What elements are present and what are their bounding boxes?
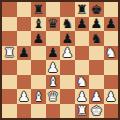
square-h4[interactable] bbox=[104, 60, 119, 75]
square-d2[interactable]: ♛ bbox=[46, 89, 61, 104]
white-rook-icon: ♜ bbox=[3, 46, 15, 59]
square-h8[interactable] bbox=[104, 2, 119, 17]
square-h1[interactable] bbox=[104, 104, 119, 119]
square-h6[interactable] bbox=[104, 31, 119, 46]
square-d1[interactable] bbox=[46, 104, 61, 119]
white-king-icon: ♚ bbox=[90, 104, 102, 117]
square-e7[interactable]: ♞ bbox=[60, 17, 75, 32]
square-b2[interactable]: ♟ bbox=[17, 89, 32, 104]
black-pawn-icon: ♟ bbox=[90, 17, 102, 30]
square-c8[interactable]: ♜ bbox=[31, 2, 46, 17]
black-king-icon: ♚ bbox=[90, 2, 102, 15]
square-c4[interactable] bbox=[31, 60, 46, 75]
white-bishop-icon: ♝ bbox=[32, 89, 44, 102]
white-rook-icon: ♜ bbox=[76, 104, 88, 117]
square-a3[interactable] bbox=[2, 75, 17, 90]
square-e1[interactable] bbox=[60, 104, 75, 119]
square-f7[interactable]: ♟ bbox=[75, 17, 90, 32]
black-bishop-icon: ♝ bbox=[32, 17, 44, 30]
square-d8[interactable] bbox=[46, 2, 61, 17]
square-b6[interactable] bbox=[17, 31, 32, 46]
square-g8[interactable]: ♚ bbox=[89, 2, 104, 17]
square-a6[interactable] bbox=[2, 31, 17, 46]
square-c1[interactable] bbox=[31, 104, 46, 119]
white-knight-icon: ♞ bbox=[105, 46, 117, 59]
square-c6[interactable]: ♟ bbox=[31, 31, 46, 46]
square-e5[interactable]: ♟ bbox=[60, 46, 75, 61]
square-g6[interactable]: ♞ bbox=[89, 31, 104, 46]
square-d6[interactable] bbox=[46, 31, 61, 46]
square-e3[interactable] bbox=[60, 75, 75, 90]
square-c5[interactable] bbox=[31, 46, 46, 61]
black-pawn-icon: ♟ bbox=[32, 31, 44, 44]
black-pawn-icon: ♟ bbox=[61, 31, 73, 44]
white-pawn-icon: ♟ bbox=[76, 89, 88, 102]
square-c2[interactable]: ♝ bbox=[31, 89, 46, 104]
white-pawn-icon: ♟ bbox=[61, 46, 73, 59]
white-pawn-icon: ♟ bbox=[47, 60, 59, 73]
square-f8[interactable]: ♜ bbox=[75, 2, 90, 17]
square-h3[interactable] bbox=[104, 75, 119, 90]
square-c3[interactable] bbox=[31, 75, 46, 90]
square-b5[interactable]: ♟ bbox=[17, 46, 32, 61]
square-h2[interactable]: ♟ bbox=[104, 89, 119, 104]
square-e8[interactable] bbox=[60, 2, 75, 17]
square-g7[interactable]: ♟ bbox=[89, 17, 104, 32]
chess-board-frame: ♜♜♚♝♛♞♟♟♟♟♟♞♜♟♟♟♞♟♝♞♟♝♛♟♟♟♜♚ bbox=[0, 0, 120, 120]
square-f1[interactable]: ♜ bbox=[75, 104, 90, 119]
square-d5[interactable]: ♟ bbox=[46, 46, 61, 61]
square-h7[interactable]: ♟ bbox=[104, 17, 119, 32]
white-pawn-icon: ♟ bbox=[18, 89, 30, 102]
square-f6[interactable] bbox=[75, 31, 90, 46]
square-g3[interactable] bbox=[89, 75, 104, 90]
square-g1[interactable]: ♚ bbox=[89, 104, 104, 119]
square-c7[interactable]: ♝ bbox=[31, 17, 46, 32]
black-knight-icon: ♞ bbox=[90, 31, 102, 44]
square-b8[interactable] bbox=[17, 2, 32, 17]
black-pawn-icon: ♟ bbox=[76, 17, 88, 30]
square-b7[interactable] bbox=[17, 17, 32, 32]
square-a4[interactable] bbox=[2, 60, 17, 75]
white-bishop-icon: ♝ bbox=[47, 75, 59, 88]
black-pawn-icon: ♟ bbox=[105, 17, 117, 30]
square-a7[interactable] bbox=[2, 17, 17, 32]
square-d7[interactable]: ♛ bbox=[46, 17, 61, 32]
square-a1[interactable] bbox=[2, 104, 17, 119]
square-a5[interactable]: ♜ bbox=[2, 46, 17, 61]
square-b4[interactable] bbox=[17, 60, 32, 75]
square-g2[interactable]: ♟ bbox=[89, 89, 104, 104]
square-f4[interactable] bbox=[75, 60, 90, 75]
square-d3[interactable]: ♝ bbox=[46, 75, 61, 90]
square-e6[interactable]: ♟ bbox=[60, 31, 75, 46]
square-b1[interactable] bbox=[17, 104, 32, 119]
square-a2[interactable] bbox=[2, 89, 17, 104]
white-knight-icon: ♞ bbox=[76, 75, 88, 88]
white-queen-icon: ♛ bbox=[47, 89, 59, 102]
square-e2[interactable] bbox=[60, 89, 75, 104]
square-a8[interactable] bbox=[2, 2, 17, 17]
black-pawn-icon: ♟ bbox=[18, 46, 30, 59]
black-rook-icon: ♜ bbox=[76, 2, 88, 15]
square-g5[interactable] bbox=[89, 46, 104, 61]
black-queen-icon: ♛ bbox=[47, 17, 59, 30]
black-rook-icon: ♜ bbox=[32, 2, 44, 15]
square-f2[interactable]: ♟ bbox=[75, 89, 90, 104]
black-knight-icon: ♞ bbox=[61, 17, 73, 30]
white-pawn-icon: ♟ bbox=[105, 89, 117, 102]
white-pawn-icon: ♟ bbox=[90, 89, 102, 102]
square-g4[interactable] bbox=[89, 60, 104, 75]
square-b3[interactable] bbox=[17, 75, 32, 90]
square-d4[interactable]: ♟ bbox=[46, 60, 61, 75]
black-pawn-icon: ♟ bbox=[47, 46, 59, 59]
chess-board: ♜♜♚♝♛♞♟♟♟♟♟♞♜♟♟♟♞♟♝♞♟♝♛♟♟♟♜♚ bbox=[2, 2, 118, 118]
square-e4[interactable] bbox=[60, 60, 75, 75]
square-f5[interactable] bbox=[75, 46, 90, 61]
square-f3[interactable]: ♞ bbox=[75, 75, 90, 90]
square-h5[interactable]: ♞ bbox=[104, 46, 119, 61]
